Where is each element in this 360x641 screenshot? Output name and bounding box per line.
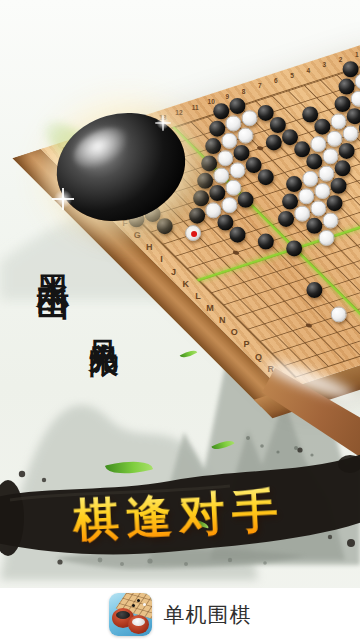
row-letter-label: Q <box>252 352 266 363</box>
stone-disc <box>229 162 245 178</box>
column-number-label: 5 <box>285 70 299 81</box>
tagline-unlimited-scenery: 风光无限 <box>84 316 124 332</box>
stone-disc <box>318 230 334 246</box>
row-letter-label: J <box>167 267 181 278</box>
icon-stone-dot <box>137 599 140 602</box>
stone-disc <box>331 306 347 322</box>
star-point <box>231 250 239 255</box>
stone-disc <box>286 240 302 256</box>
row-letter-label: I <box>154 254 168 265</box>
stone-disc <box>238 128 254 144</box>
icon-white-stone-bowl <box>128 615 149 634</box>
column-number-label: 3 <box>317 59 331 70</box>
row-letter-label: N <box>215 315 229 326</box>
stone-disc <box>230 227 246 243</box>
column-number-label: 4 <box>301 65 315 76</box>
stone-disc <box>331 178 347 194</box>
column-number-label: 1 <box>350 49 360 60</box>
column-number-label: 8 <box>237 86 251 97</box>
last-move-red-dot <box>191 231 197 237</box>
column-number-label: 12 <box>172 107 186 118</box>
tagline-black-water-white-mountain: 黑水白山 <box>30 248 75 264</box>
row-letter-label: H <box>142 242 156 253</box>
stone-disc <box>335 160 351 176</box>
star-point <box>304 323 312 328</box>
row-letter-label: O <box>227 327 241 338</box>
stone-disc <box>327 195 343 211</box>
stone-disc <box>347 108 360 124</box>
stone-disc <box>238 192 254 208</box>
stone-disc <box>258 234 274 250</box>
stone-disc <box>351 91 360 107</box>
icon-stone-dot <box>143 603 146 606</box>
stone-disc <box>189 208 205 224</box>
app-promo-bar[interactable]: 单机围棋 <box>0 588 360 641</box>
sparkle-icon <box>52 188 74 210</box>
stone-disc <box>221 197 237 213</box>
icon-stone-dot <box>132 604 135 607</box>
stone-disc <box>339 143 355 159</box>
stone-disc <box>278 211 294 227</box>
row-letter-label: P <box>239 339 253 350</box>
row-letter-label: K <box>179 279 193 290</box>
row-letter-label: M <box>203 303 217 314</box>
stone-disc <box>266 134 282 150</box>
column-number-label: 7 <box>253 80 267 91</box>
stone-disc <box>258 169 274 185</box>
splash-screen: 19181716151413121110987654321ABCDEFGHIJK… <box>0 0 360 641</box>
star-point <box>255 146 263 151</box>
stone-disc <box>242 110 258 126</box>
column-number-label: 11 <box>188 102 202 113</box>
stone-disc <box>306 282 322 298</box>
stone-disc <box>343 126 359 142</box>
stone-disc <box>185 225 201 241</box>
row-letter-label: L <box>191 291 205 302</box>
app-name-label: 单机围棋 <box>164 601 252 629</box>
app-icon[interactable] <box>109 593 152 636</box>
stone-disc <box>323 213 339 229</box>
column-number-label: 6 <box>269 75 283 86</box>
row-letter-label: G <box>130 230 144 241</box>
stone-disc <box>157 218 173 234</box>
sparkle-icon <box>155 115 170 130</box>
